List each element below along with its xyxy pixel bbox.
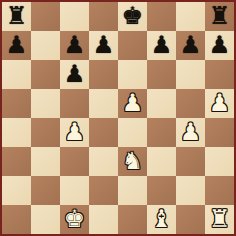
square-e7[interactable]: [118, 31, 147, 60]
square-d8[interactable]: [89, 2, 118, 31]
square-a5[interactable]: [2, 89, 31, 118]
square-e3[interactable]: ♞: [118, 147, 147, 176]
black-pawn: ♟: [147, 31, 176, 60]
square-h1[interactable]: ♜: [205, 205, 234, 234]
square-h4[interactable]: [205, 118, 234, 147]
white-pawn: ♟: [60, 118, 89, 147]
square-g7[interactable]: ♟: [176, 31, 205, 60]
square-f5[interactable]: [147, 89, 176, 118]
black-rook: ♜: [205, 2, 234, 31]
square-a7[interactable]: ♟: [2, 31, 31, 60]
square-g5[interactable]: [176, 89, 205, 118]
square-a8[interactable]: ♜: [2, 2, 31, 31]
square-d1[interactable]: [89, 205, 118, 234]
square-f7[interactable]: ♟: [147, 31, 176, 60]
square-f6[interactable]: [147, 60, 176, 89]
square-d6[interactable]: [89, 60, 118, 89]
square-h2[interactable]: [205, 176, 234, 205]
square-f4[interactable]: [147, 118, 176, 147]
white-pawn: ♟: [176, 118, 205, 147]
white-pawn: ♟: [118, 89, 147, 118]
square-d4[interactable]: [89, 118, 118, 147]
square-c5[interactable]: [60, 89, 89, 118]
square-d5[interactable]: [89, 89, 118, 118]
square-c6[interactable]: ♟: [60, 60, 89, 89]
square-b7[interactable]: [31, 31, 60, 60]
square-f2[interactable]: [147, 176, 176, 205]
square-h6[interactable]: [205, 60, 234, 89]
black-pawn: ♟: [60, 60, 89, 89]
square-e2[interactable]: [118, 176, 147, 205]
square-b2[interactable]: [31, 176, 60, 205]
square-h5[interactable]: ♟: [205, 89, 234, 118]
chess-board-frame: ♜♚♜♟♟♟♟♟♟♟♟♟♟♟♞♚♝♜: [0, 0, 236, 236]
square-g8[interactable]: [176, 2, 205, 31]
white-bishop: ♝: [147, 205, 176, 234]
square-h3[interactable]: [205, 147, 234, 176]
square-a3[interactable]: [2, 147, 31, 176]
square-g2[interactable]: [176, 176, 205, 205]
black-pawn: ♟: [176, 31, 205, 60]
square-e5[interactable]: ♟: [118, 89, 147, 118]
square-b3[interactable]: [31, 147, 60, 176]
square-f8[interactable]: [147, 2, 176, 31]
square-b6[interactable]: [31, 60, 60, 89]
black-rook: ♜: [2, 2, 31, 31]
square-c1[interactable]: ♚: [60, 205, 89, 234]
square-c7[interactable]: ♟: [60, 31, 89, 60]
square-c2[interactable]: [60, 176, 89, 205]
square-b8[interactable]: [31, 2, 60, 31]
square-h7[interactable]: ♟: [205, 31, 234, 60]
square-e6[interactable]: [118, 60, 147, 89]
white-pawn: ♟: [205, 89, 234, 118]
square-d7[interactable]: ♟: [89, 31, 118, 60]
chess-board: ♜♚♜♟♟♟♟♟♟♟♟♟♟♟♞♚♝♜: [2, 2, 234, 234]
white-rook: ♜: [205, 205, 234, 234]
square-e1[interactable]: [118, 205, 147, 234]
black-pawn: ♟: [2, 31, 31, 60]
square-e4[interactable]: [118, 118, 147, 147]
white-knight: ♞: [118, 147, 147, 176]
square-g1[interactable]: [176, 205, 205, 234]
square-c8[interactable]: [60, 2, 89, 31]
square-c3[interactable]: [60, 147, 89, 176]
square-a1[interactable]: [2, 205, 31, 234]
white-king: ♚: [60, 205, 89, 234]
square-d3[interactable]: [89, 147, 118, 176]
square-b4[interactable]: [31, 118, 60, 147]
square-g4[interactable]: ♟: [176, 118, 205, 147]
square-h8[interactable]: ♜: [205, 2, 234, 31]
square-a4[interactable]: [2, 118, 31, 147]
black-pawn: ♟: [60, 31, 89, 60]
square-d2[interactable]: [89, 176, 118, 205]
square-g6[interactable]: [176, 60, 205, 89]
square-c4[interactable]: ♟: [60, 118, 89, 147]
square-a6[interactable]: [2, 60, 31, 89]
black-pawn: ♟: [205, 31, 234, 60]
square-g3[interactable]: [176, 147, 205, 176]
square-f3[interactable]: [147, 147, 176, 176]
black-king: ♚: [118, 2, 147, 31]
black-pawn: ♟: [89, 31, 118, 60]
square-b5[interactable]: [31, 89, 60, 118]
square-e8[interactable]: ♚: [118, 2, 147, 31]
square-a2[interactable]: [2, 176, 31, 205]
square-b1[interactable]: [31, 205, 60, 234]
square-f1[interactable]: ♝: [147, 205, 176, 234]
